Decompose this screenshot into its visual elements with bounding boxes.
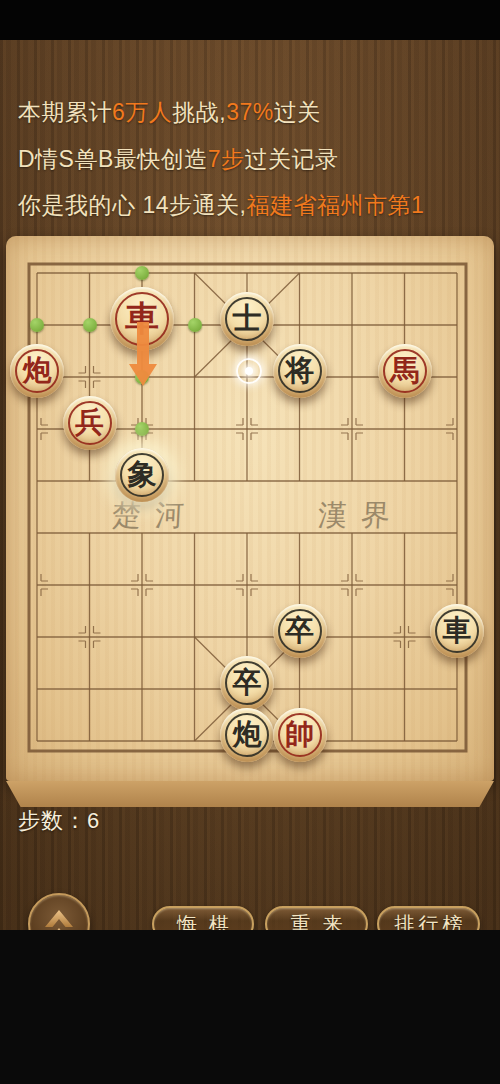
game-area: 本期累计6万人挑战,37%过关 D情S兽B最快创造7步过关记录 你是我的心 14…	[0, 40, 500, 930]
header-highlight: 7步	[208, 146, 245, 172]
legal-move-dot[interactable]	[135, 422, 149, 436]
legal-move-dot[interactable]	[135, 266, 149, 280]
piece-glyph: 卒	[233, 668, 262, 697]
piece-red-general[interactable]: 帥	[273, 708, 327, 762]
piece-red-soldier[interactable]: 兵	[63, 396, 117, 450]
piece-glyph: 将	[285, 356, 314, 385]
header-text: 挑战,	[172, 99, 226, 125]
piece-black-cannon[interactable]: 炮	[220, 708, 274, 762]
piece-glyph: 士	[233, 304, 262, 333]
piece-red-cannon[interactable]: 炮	[10, 344, 64, 398]
piece-black-general[interactable]: 将	[273, 344, 327, 398]
river-label-chu-he: 楚河	[111, 496, 199, 536]
piece-black-chariot[interactable]: 車	[430, 604, 484, 658]
header-text: D情S兽B最快创造	[18, 146, 208, 172]
piece-glyph: 炮	[233, 720, 262, 749]
piece-glyph: 車	[443, 616, 472, 645]
status-bar	[0, 0, 500, 40]
sparkle-effect	[236, 358, 262, 384]
piece-red-chariot[interactable]: 車	[110, 287, 174, 351]
header-highlight: 6万人	[112, 99, 172, 125]
river-label-han-jie: 漢界	[317, 496, 405, 536]
piece-black-soldier[interactable]: 卒	[220, 656, 274, 710]
legal-move-dot[interactable]	[188, 318, 202, 332]
piece-red-horse[interactable]: 馬	[378, 344, 432, 398]
piece-glyph: 兵	[75, 408, 104, 437]
header-text: 本期累计	[18, 99, 112, 125]
legal-move-dot[interactable]	[30, 318, 44, 332]
header-line-1: 本期累计6万人挑战,37%过关	[18, 97, 321, 128]
header-highlight: 福建省福州市第1	[246, 192, 424, 218]
phone-screen: 本期累计6万人挑战,37%过关 D情S兽B最快创造7步过关记录 你是我的心 14…	[0, 0, 500, 1084]
move-counter-value: 6	[87, 808, 100, 833]
piece-black-elephant[interactable]: 象	[115, 448, 169, 502]
board-bevel-edge	[6, 781, 494, 807]
header-text: 过关记录	[245, 146, 339, 172]
piece-glyph: 帥	[285, 720, 314, 749]
header-highlight: 37%	[226, 99, 274, 125]
legal-move-dot[interactable]	[135, 370, 149, 384]
move-counter-label: 步数：	[18, 808, 87, 833]
piece-glyph: 炮	[23, 356, 52, 385]
piece-glyph: 卒	[285, 616, 314, 645]
move-counter: 步数：6	[18, 806, 100, 836]
piece-glyph: 車	[125, 301, 159, 335]
piece-black-advisor[interactable]: 士	[220, 292, 274, 346]
android-nav-bar: ◁ ◯ □ Bai du 经验 jingyan.baidu.com	[0, 930, 500, 1084]
header-text: 你是我的心 14步通关,	[18, 192, 246, 218]
piece-glyph: 馬	[390, 356, 419, 385]
piece-black-soldier[interactable]: 卒	[273, 604, 327, 658]
header-line-3: 你是我的心 14步通关,福建省福州市第1	[18, 190, 424, 221]
header-text: 过关	[274, 99, 321, 125]
piece-glyph: 象	[128, 460, 157, 489]
header-line-2: D情S兽B最快创造7步过关记录	[18, 144, 339, 175]
legal-move-dot[interactable]	[83, 318, 97, 332]
